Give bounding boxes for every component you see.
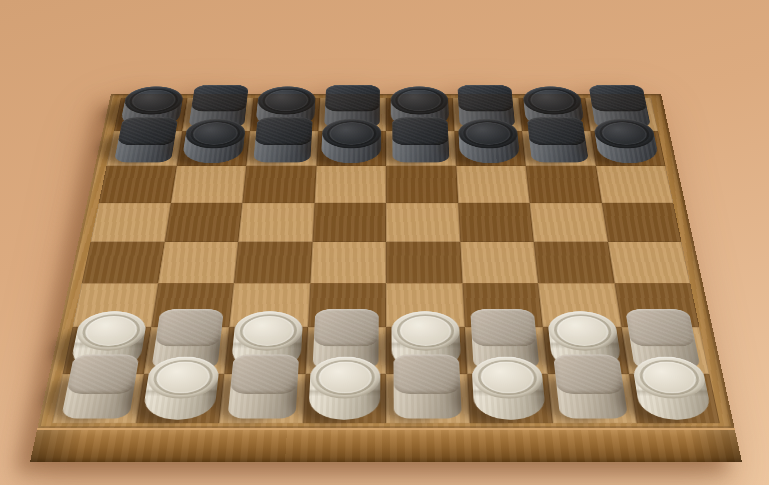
board-square-e4[interactable] [386, 242, 462, 283]
piece-top-face [470, 309, 537, 346]
piece-top-face [393, 355, 460, 394]
white-round-man[interactable] [472, 377, 546, 420]
board-square-a6[interactable] [99, 166, 177, 203]
black-round-man[interactable] [459, 133, 521, 163]
white-square-man[interactable] [227, 378, 297, 419]
white-square-man[interactable] [393, 378, 461, 419]
white-round-man[interactable] [308, 377, 380, 420]
board-square-g4[interactable] [534, 242, 614, 283]
board-square-e5[interactable] [386, 203, 460, 242]
piece-top-face [458, 85, 514, 111]
board-square-h5[interactable] [601, 203, 681, 242]
black-square-man[interactable] [392, 134, 449, 163]
piece-top-face [325, 85, 380, 111]
piece-top-face [314, 309, 379, 346]
black-square-man[interactable] [114, 134, 176, 163]
board-square-f4[interactable] [460, 242, 538, 283]
board-front-edge [30, 428, 742, 462]
white-round-man[interactable] [142, 377, 219, 420]
board-square-h6[interactable] [596, 166, 674, 203]
piece-top-face [155, 309, 224, 346]
board-shadow-wrap [30, 0, 742, 462]
board-square-b5[interactable] [164, 203, 242, 242]
piece-top-face [322, 119, 382, 149]
table-surface [0, 0, 769, 485]
board-square-b4[interactable] [158, 242, 238, 283]
piece-top-face [625, 309, 696, 346]
piece-top-face [390, 86, 448, 114]
piece-top-face [66, 355, 139, 394]
piece-top-face [458, 119, 519, 149]
board-square-f6[interactable] [456, 166, 530, 203]
board-square-e6[interactable] [386, 166, 458, 203]
game-board-3d [30, 94, 742, 462]
piece-top-face [553, 355, 624, 394]
board-square-c5[interactable] [238, 203, 314, 242]
board-square-h4[interactable] [608, 242, 691, 283]
board-square-d6[interactable] [314, 166, 386, 203]
board-square-h7[interactable] [590, 131, 665, 166]
board-grid [52, 98, 720, 424]
black-round-man[interactable] [321, 133, 381, 163]
board-frame [37, 94, 734, 428]
board-square-f5[interactable] [458, 203, 534, 242]
piece-top-face [589, 85, 648, 111]
black-round-man[interactable] [181, 133, 245, 163]
board-square-c4[interactable] [234, 242, 312, 283]
white-round-man[interactable] [634, 377, 713, 420]
piece-top-face [230, 355, 299, 394]
white-square-man[interactable] [61, 378, 136, 419]
board-square-b6[interactable] [171, 166, 247, 203]
board-square-d5[interactable] [312, 203, 386, 242]
board-square-g5[interactable] [530, 203, 608, 242]
piece-top-face [391, 311, 460, 350]
black-round-man[interactable] [595, 133, 660, 163]
board-square-c6[interactable] [242, 166, 316, 203]
board-square-a4[interactable] [82, 242, 165, 283]
board-square-g6[interactable] [526, 166, 602, 203]
piece-top-face [527, 117, 586, 145]
piece-top-face [309, 357, 380, 399]
piece-top-face [255, 117, 313, 145]
black-square-man[interactable] [253, 134, 312, 163]
board-square-h1[interactable] [629, 374, 720, 424]
board-square-a5[interactable] [91, 203, 171, 242]
piece-top-face [392, 117, 448, 145]
board-square-d4[interactable] [310, 242, 386, 283]
white-square-man[interactable] [555, 378, 628, 419]
piece-top-face [191, 85, 249, 111]
piece-top-face [117, 117, 178, 145]
black-square-man[interactable] [529, 134, 589, 163]
